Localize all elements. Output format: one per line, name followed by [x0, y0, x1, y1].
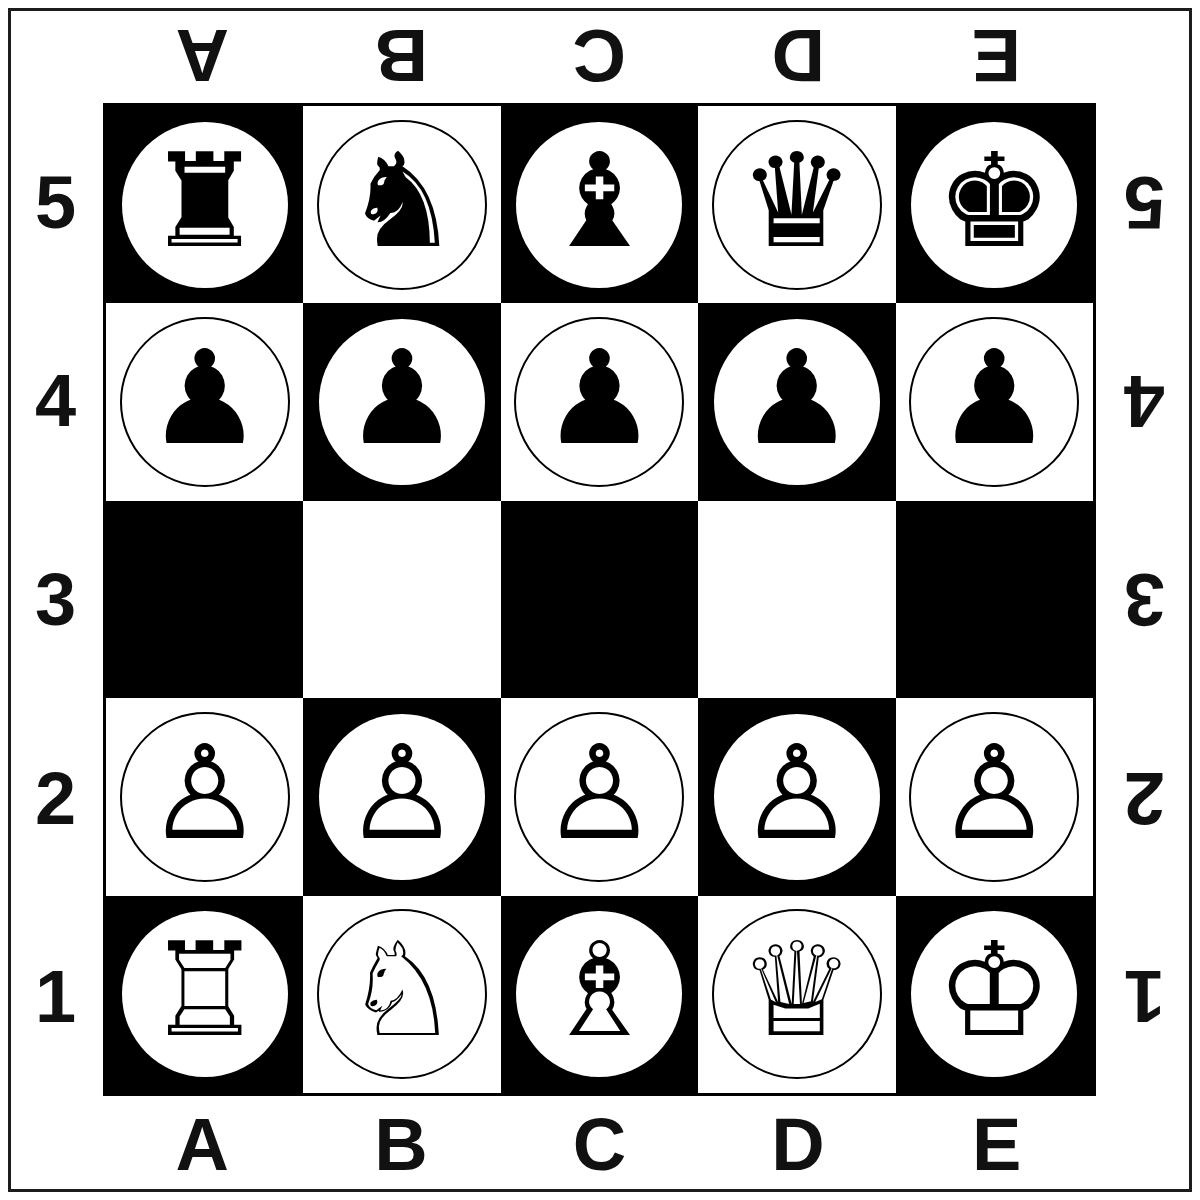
square-a3[interactable] — [106, 501, 303, 698]
file-labels-bottom: A B C D E — [103, 1096, 1096, 1193]
piece-disc: ♙ — [514, 712, 684, 882]
white-queen[interactable]: ♕ — [739, 925, 856, 1055]
rank-labels-right: 5 4 3 2 1 — [1096, 103, 1193, 1096]
piece-disc: ♟ — [909, 317, 1079, 487]
square-b5[interactable]: ♞ — [303, 106, 500, 303]
white-pawn[interactable]: ♙ — [146, 728, 263, 858]
black-rook[interactable]: ♜ — [146, 136, 263, 266]
file-label-top-c: C — [500, 8, 699, 103]
square-c3[interactable] — [501, 501, 698, 698]
square-e5[interactable]: ♚ — [896, 106, 1093, 303]
square-e4[interactable]: ♟ — [896, 303, 1093, 500]
piece-disc: ♔ — [911, 911, 1077, 1077]
square-a5[interactable]: ♜ — [106, 106, 303, 303]
piece-disc: ♞ — [317, 120, 487, 290]
square-c4[interactable]: ♟ — [501, 303, 698, 500]
square-d3[interactable] — [698, 501, 895, 698]
rank-label-left-1: 1 — [8, 897, 103, 1096]
white-pawn[interactable]: ♙ — [739, 728, 856, 858]
file-label-bottom-d: D — [699, 1096, 898, 1193]
rank-label-left-4: 4 — [8, 302, 103, 501]
rank-label-right-3: 3 — [1096, 500, 1193, 699]
piece-disc: ♙ — [909, 712, 1079, 882]
square-a1[interactable]: ♖ — [106, 896, 303, 1093]
rank-label-right-5: 5 — [1096, 103, 1193, 302]
white-knight[interactable]: ♘ — [344, 925, 461, 1055]
black-knight[interactable]: ♞ — [344, 136, 461, 266]
piece-disc: ♛ — [712, 120, 882, 290]
piece-disc: ♙ — [120, 712, 290, 882]
piece-disc: ♟ — [319, 319, 485, 485]
square-b4[interactable]: ♟ — [303, 303, 500, 500]
piece-disc: ♜ — [122, 122, 288, 288]
piece-disc: ♟ — [120, 317, 290, 487]
square-a4[interactable]: ♟ — [106, 303, 303, 500]
rank-label-right-1: 1 — [1096, 897, 1193, 1096]
black-king[interactable]: ♚ — [936, 136, 1053, 266]
rank-label-left-2: 2 — [8, 699, 103, 898]
black-pawn[interactable]: ♟ — [739, 333, 856, 463]
piece-disc: ♟ — [714, 319, 880, 485]
file-label-top-d: D — [699, 8, 898, 103]
black-pawn[interactable]: ♟ — [541, 333, 658, 463]
white-pawn[interactable]: ♙ — [936, 728, 1053, 858]
file-labels-top: A B C D E — [103, 8, 1096, 103]
rank-labels-left: 5 4 3 2 1 — [8, 103, 103, 1096]
piece-disc: ♙ — [319, 714, 485, 880]
black-pawn[interactable]: ♟ — [344, 333, 461, 463]
square-a2[interactable]: ♙ — [106, 698, 303, 895]
square-d1[interactable]: ♕ — [698, 896, 895, 1093]
file-label-bottom-b: B — [302, 1096, 501, 1193]
square-b2[interactable]: ♙ — [303, 698, 500, 895]
square-e1[interactable]: ♔ — [896, 896, 1093, 1093]
chess-board: ♜ ♞ ♝ ♛ ♚ ♟ ♟ ♟ ♟ — [103, 103, 1096, 1096]
square-c2[interactable]: ♙ — [501, 698, 698, 895]
white-pawn[interactable]: ♙ — [344, 728, 461, 858]
piece-disc: ♖ — [122, 911, 288, 1077]
piece-disc: ♟ — [514, 317, 684, 487]
square-b1[interactable]: ♘ — [303, 896, 500, 1093]
rank-label-right-2: 2 — [1096, 699, 1193, 898]
rank-label-left-3: 3 — [8, 500, 103, 699]
rank-label-right-4: 4 — [1096, 302, 1193, 501]
piece-disc: ♘ — [317, 909, 487, 1079]
file-label-top-b: B — [302, 8, 501, 103]
white-bishop[interactable]: ♗ — [541, 925, 658, 1055]
file-label-top-e: E — [897, 8, 1096, 103]
piece-disc: ♝ — [516, 122, 682, 288]
rank-label-left-5: 5 — [8, 103, 103, 302]
black-pawn[interactable]: ♟ — [146, 333, 263, 463]
black-bishop[interactable]: ♝ — [541, 136, 658, 266]
square-d4[interactable]: ♟ — [698, 303, 895, 500]
square-d5[interactable]: ♛ — [698, 106, 895, 303]
square-b3[interactable] — [303, 501, 500, 698]
file-label-bottom-e: E — [897, 1096, 1096, 1193]
square-c5[interactable]: ♝ — [501, 106, 698, 303]
piece-disc: ♙ — [714, 714, 880, 880]
square-e3[interactable] — [896, 501, 1093, 698]
white-rook[interactable]: ♖ — [146, 925, 263, 1055]
white-pawn[interactable]: ♙ — [541, 728, 658, 858]
square-e2[interactable]: ♙ — [896, 698, 1093, 895]
piece-disc: ♚ — [911, 122, 1077, 288]
black-pawn[interactable]: ♟ — [936, 333, 1053, 463]
square-c1[interactable]: ♗ — [501, 896, 698, 1093]
file-label-top-a: A — [103, 8, 302, 103]
piece-disc: ♗ — [516, 911, 682, 1077]
square-d2[interactable]: ♙ — [698, 698, 895, 895]
file-label-bottom-a: A — [103, 1096, 302, 1193]
file-label-bottom-c: C — [500, 1096, 699, 1193]
white-king[interactable]: ♔ — [936, 925, 1053, 1055]
piece-disc: ♕ — [712, 909, 882, 1079]
black-queen[interactable]: ♛ — [739, 136, 856, 266]
